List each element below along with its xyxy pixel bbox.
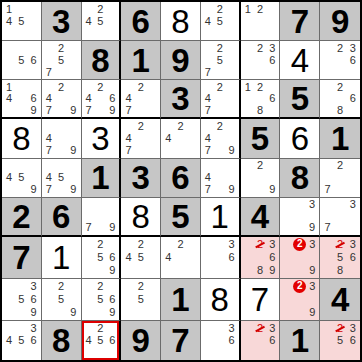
empty-slot (43, 293, 55, 306)
given-digit: 3 (171, 82, 189, 115)
empty-slot (174, 251, 186, 264)
cell-r9c5[interactable]: 7 (161, 321, 201, 360)
cell-r8c8[interactable]: 239 (280, 279, 320, 321)
given-digit: 5 (171, 200, 189, 233)
candidate-6: 6 (31, 294, 37, 305)
empty-slot (187, 132, 199, 144)
pencil-marks: 2569 (82, 237, 120, 278)
cell-r4c7[interactable]: 5 (241, 119, 281, 158)
pencil-marks: 56 (2, 41, 41, 79)
given-digit: 6 (132, 5, 150, 38)
cell-r5c7[interactable]: 29 (241, 159, 281, 198)
solved-digit: 8 (171, 5, 189, 38)
candidate-9: 9 (109, 307, 115, 318)
pencil-marks: 239 (280, 237, 319, 278)
pencil-marks: 236 (320, 41, 360, 79)
candidate-7: 7 (205, 67, 211, 78)
given-digit: 1 (291, 324, 309, 357)
cell-r1c9[interactable]: 9 (320, 2, 360, 41)
empty-slot (281, 293, 293, 306)
candidate-2: 2 (97, 4, 103, 15)
empty-slot (67, 120, 79, 132)
empty-slot (242, 172, 254, 184)
candidate-3: 3 (309, 239, 315, 250)
empty-slot (28, 3, 40, 15)
given-digit: 3 (132, 161, 150, 194)
empty-slot (147, 93, 159, 105)
cell-r5c3[interactable]: 1 (82, 159, 122, 198)
candidate-4: 4 (165, 252, 171, 263)
pencil-marks: 79 (82, 198, 120, 235)
sudoku-board: 1453245682451279562578192572364236146924… (0, 0, 362, 362)
candidate-3: 3 (350, 239, 356, 250)
candidate-6: 6 (31, 93, 37, 104)
candidate-2: 2 (217, 43, 223, 54)
cell-r2c1[interactable]: 56 (2, 41, 42, 80)
empty-slot (346, 222, 359, 234)
empty-slot (106, 210, 118, 222)
candidate-6: 6 (31, 335, 37, 346)
empty-slot (202, 120, 214, 132)
empty-slot (83, 3, 95, 15)
candidate-2: 2 (97, 82, 103, 93)
empty-slot (122, 238, 134, 251)
cell-r1c4[interactable]: 6 (121, 2, 161, 41)
cell-r1c8[interactable]: 7 (280, 2, 320, 41)
empty-slot (147, 238, 159, 251)
cell-r3c4[interactable]: 247 (121, 80, 161, 119)
empty-slot (106, 238, 118, 251)
empty-slot (281, 210, 293, 222)
pencil-marks: 247 (121, 119, 160, 157)
empty-slot (83, 347, 95, 359)
empty-slot (55, 120, 67, 132)
empty-slot (187, 238, 199, 251)
cell-r3c7[interactable]: 1268 (241, 80, 281, 119)
empty-slot (242, 251, 254, 264)
empty-slot (55, 184, 67, 196)
cell-r8c7[interactable]: 7 (241, 279, 281, 321)
candidate-5: 5 (337, 252, 343, 263)
given-digit: 7 (291, 5, 309, 38)
candidate-9: 9 (309, 307, 315, 318)
empty-slot (226, 3, 238, 15)
empty-slot (83, 280, 95, 293)
cell-r2c8[interactable]: 4 (280, 41, 320, 80)
candidate-4: 4 (205, 133, 211, 144)
cell-r9c6[interactable]: 36 (201, 321, 241, 360)
empty-slot (202, 264, 214, 277)
cell-r8c5[interactable]: 1 (161, 279, 201, 321)
empty-slot (67, 81, 79, 93)
candidate-2: 2 (257, 82, 263, 93)
cell-r5c6[interactable]: 479 (201, 159, 241, 198)
cell-r5c9[interactable]: 27 (320, 159, 360, 198)
cell-r3c5[interactable]: 3 (161, 80, 201, 119)
empty-slot (346, 264, 359, 277)
empty-slot (321, 93, 334, 105)
empty-slot (242, 93, 254, 105)
empty-slot (174, 132, 186, 144)
empty-slot (3, 66, 15, 78)
empty-slot (15, 160, 27, 172)
empty-slot (135, 264, 147, 277)
empty-slot (94, 93, 106, 105)
cell-r6c2[interactable]: 6 (42, 198, 82, 237)
empty-slot (242, 238, 254, 251)
cell-r6c3[interactable]: 79 (82, 198, 122, 237)
empty-slot (67, 132, 79, 144)
empty-slot (3, 306, 15, 319)
pencil-marks: 2456 (82, 321, 120, 360)
empty-slot (202, 251, 214, 264)
empty-slot (147, 145, 159, 157)
empty-slot (43, 306, 55, 319)
pencil-marks: 25 (121, 279, 160, 320)
empty-slot (242, 27, 254, 39)
given-digit: 6 (171, 161, 189, 194)
empty-slot (293, 251, 306, 264)
empty-slot (3, 347, 15, 359)
empty-slot (202, 42, 214, 54)
pencil-marks: 257 (201, 41, 239, 79)
candidate-1: 1 (6, 82, 12, 93)
cell-r2c4[interactable]: 1 (121, 41, 161, 80)
empty-slot (321, 210, 334, 222)
cell-r7c1[interactable]: 7 (2, 237, 42, 279)
empty-slot (83, 293, 95, 306)
empty-slot (122, 280, 134, 293)
empty-slot (242, 54, 254, 66)
empty-slot (266, 3, 278, 15)
cell-r9c1[interactable]: 3456 (2, 321, 42, 360)
empty-slot (242, 15, 254, 27)
cell-r9c8[interactable]: 1 (280, 321, 320, 360)
cell-r4c1[interactable]: 8 (2, 119, 42, 158)
empty-slot (214, 172, 226, 184)
cell-r7c3[interactable]: 2569 (82, 237, 122, 279)
empty-slot (83, 264, 95, 277)
empty-slot (294, 199, 306, 211)
given-digit: 8 (291, 161, 309, 194)
empty-slot (55, 145, 67, 157)
empty-slot (15, 322, 27, 334)
empty-slot (214, 160, 226, 172)
cell-r3c1[interactable]: 1469 (2, 80, 42, 119)
cell-r4c5[interactable]: 24 (161, 119, 201, 158)
candidate-5: 5 (18, 16, 24, 27)
cell-r2c9[interactable]: 236 (320, 41, 360, 80)
given-digit: 1 (331, 122, 349, 155)
empty-slot (147, 105, 159, 117)
empty-slot (147, 306, 159, 319)
cell-r7c5[interactable]: 24 (161, 237, 201, 279)
cell-r2c6[interactable]: 257 (201, 41, 241, 80)
cell-r6c1[interactable]: 2 (2, 198, 42, 237)
pencil-marks: 268 (320, 80, 360, 117)
empty-slot (226, 54, 238, 66)
cell-r1c6[interactable]: 245 (201, 2, 241, 41)
empty-slot (106, 27, 118, 39)
candidate-2: 2 (217, 82, 223, 93)
empty-slot (254, 347, 266, 359)
empty-slot (3, 184, 15, 196)
cell-r4c9[interactable]: 1 (320, 119, 360, 158)
cell-r8c2[interactable]: 259 (42, 279, 82, 321)
candidate-8: 8 (257, 105, 263, 116)
candidate-9: 9 (269, 184, 275, 195)
solved-digit: 1 (211, 200, 229, 233)
candidate-9: 9 (70, 307, 76, 318)
pencil-marks: 236 (241, 41, 280, 79)
solved-digit: 7 (251, 283, 269, 316)
empty-slot (226, 42, 238, 54)
candidate-2-eliminated: 2 (257, 239, 263, 250)
cell-r4c2[interactable]: 479 (42, 119, 82, 158)
empty-slot (321, 199, 334, 211)
empty-slot (3, 54, 15, 66)
given-digit: 6 (52, 200, 70, 233)
pencil-marks: 29 (241, 159, 280, 197)
cell-r9c4[interactable]: 9 (121, 321, 161, 360)
candidate-6: 6 (109, 93, 115, 104)
empty-slot (346, 347, 359, 359)
cell-r7c6[interactable]: 36 (201, 237, 241, 279)
candidate-2: 2 (97, 281, 103, 292)
empty-slot (106, 347, 118, 359)
empty-slot (321, 251, 334, 264)
cell-r9c9[interactable]: 2356 (320, 321, 360, 360)
candidate-9: 9 (109, 222, 115, 233)
candidate-2: 2 (217, 121, 223, 132)
empty-slot (334, 347, 347, 359)
empty-slot (321, 42, 334, 54)
empty-slot (94, 222, 106, 234)
candidate-3: 3 (309, 281, 315, 292)
candidate-7: 7 (125, 105, 131, 116)
cell-r9c3[interactable]: 2456 (82, 321, 122, 360)
given-digit: 2 (12, 200, 30, 233)
empty-slot (187, 120, 199, 132)
empty-slot (226, 172, 238, 184)
empty-slot (294, 210, 306, 222)
empty-slot (83, 306, 95, 319)
candidate-3: 3 (350, 199, 356, 210)
candidate-9: 9 (229, 184, 235, 195)
cell-r7c2[interactable]: 1 (42, 237, 82, 279)
cell-r5c4[interactable]: 3 (121, 159, 161, 198)
empty-slot (94, 347, 106, 359)
empty-slot (346, 160, 359, 172)
empty-slot (214, 145, 226, 157)
cell-r6c5[interactable]: 5 (161, 198, 201, 237)
empty-slot (43, 42, 55, 54)
empty-slot (28, 347, 40, 359)
candidate-5: 5 (18, 335, 24, 346)
empty-slot (55, 105, 67, 117)
empty-slot (242, 105, 254, 117)
cell-r9c7[interactable]: 236 (241, 321, 281, 360)
empty-slot (15, 66, 27, 78)
empty-slot (334, 210, 347, 222)
candidate-6: 6 (109, 294, 115, 305)
candidate-3: 3 (269, 239, 275, 250)
cell-r8c3[interactable]: 2569 (82, 279, 122, 321)
empty-slot (28, 15, 40, 27)
cell-r8c6[interactable]: 8 (201, 279, 241, 321)
cell-r4c3[interactable]: 3 (82, 119, 122, 158)
candidate-4: 4 (46, 172, 52, 183)
empty-slot (43, 120, 55, 132)
empty-slot (94, 27, 106, 39)
candidate-8: 8 (337, 105, 343, 116)
cell-r2c7[interactable]: 236 (241, 41, 281, 80)
candidate-5: 5 (337, 335, 343, 346)
cell-r7c9[interactable]: 23568 (320, 237, 360, 279)
cell-r6c8[interactable]: 39 (280, 198, 320, 237)
empty-slot (67, 280, 79, 293)
cell-r1c1[interactable]: 145 (2, 2, 42, 41)
cell-r3c9[interactable]: 268 (320, 80, 360, 119)
cell-r9c2[interactable]: 8 (42, 321, 82, 360)
cell-r2c5[interactable]: 9 (161, 41, 201, 80)
empty-slot (321, 264, 334, 277)
empty-slot (306, 251, 318, 264)
cell-r5c8[interactable]: 8 (280, 159, 320, 198)
candidate-9: 9 (31, 105, 37, 116)
cell-r6c9[interactable]: 37 (320, 198, 360, 237)
candidate-4: 4 (125, 252, 131, 263)
cell-r1c5[interactable]: 8 (161, 2, 201, 41)
candidate-4: 4 (46, 93, 52, 104)
empty-slot (281, 280, 293, 293)
cell-r4c6[interactable]: 2479 (201, 119, 241, 158)
solved-digit: 8 (12, 122, 30, 155)
empty-slot (242, 334, 254, 346)
empty-slot (226, 120, 238, 132)
empty-slot (135, 105, 147, 117)
candidate-9: 9 (31, 184, 37, 195)
given-digit: 1 (132, 44, 150, 77)
empty-slot (306, 210, 318, 222)
candidate-7: 7 (46, 105, 52, 116)
candidate-3: 3 (229, 239, 235, 250)
candidate-7: 7 (46, 145, 52, 156)
empty-slot (174, 264, 186, 277)
empty-slot (187, 145, 199, 157)
empty-slot (3, 27, 15, 39)
cell-r1c7[interactable]: 12 (241, 2, 281, 41)
pencil-marks: 24679 (82, 80, 120, 117)
cell-r3c6[interactable]: 247 (201, 80, 241, 119)
empty-slot (254, 334, 266, 346)
empty-slot (346, 172, 359, 184)
given-digit: 8 (52, 324, 70, 357)
candidate-6: 6 (269, 93, 275, 104)
candidate-6: 6 (229, 252, 235, 263)
empty-slot (43, 54, 55, 66)
candidate-9: 9 (269, 265, 275, 276)
candidate-5: 5 (217, 55, 223, 66)
empty-slot (346, 81, 359, 93)
empty-slot (147, 264, 159, 277)
cell-r6c6[interactable]: 1 (201, 198, 241, 237)
empty-slot (28, 81, 40, 93)
cell-r1c2[interactable]: 3 (42, 2, 82, 41)
empty-slot (83, 251, 95, 264)
empty-slot (226, 347, 238, 359)
cell-r1c3[interactable]: 245 (82, 2, 122, 41)
cell-r3c8[interactable]: 5 (280, 80, 320, 119)
candidate-6: 6 (269, 252, 275, 263)
candidate-6: 6 (31, 55, 37, 66)
candidate-5: 5 (18, 294, 24, 305)
cell-r5c2[interactable]: 4579 (42, 159, 82, 198)
cell-r6c4[interactable]: 8 (121, 198, 161, 237)
candidate-7: 7 (205, 105, 211, 116)
cell-r8c1[interactable]: 3569 (2, 279, 42, 321)
empty-slot (214, 334, 226, 346)
empty-slot (281, 251, 293, 264)
candidate-3: 3 (229, 323, 235, 334)
empty-slot (306, 293, 318, 306)
cell-r6c7[interactable]: 4 (241, 198, 281, 237)
empty-slot (321, 238, 334, 251)
candidate-2: 2 (257, 43, 263, 54)
cell-r2c3[interactable]: 8 (82, 41, 122, 80)
empty-slot (135, 93, 147, 105)
candidate-6: 6 (350, 55, 356, 66)
empty-slot (321, 347, 334, 359)
empty-slot (94, 210, 106, 222)
cell-r2c2[interactable]: 257 (42, 41, 82, 80)
empty-slot (147, 132, 159, 144)
cell-r4c8[interactable]: 6 (280, 119, 320, 158)
cell-r7c8[interactable]: 239 (280, 237, 320, 279)
empty-slot (321, 66, 334, 78)
cell-r8c4[interactable]: 25 (121, 279, 161, 321)
pencil-marks: 479 (201, 159, 239, 197)
pencil-marks: 257 (42, 41, 81, 79)
empty-slot (135, 145, 147, 157)
cell-r5c5[interactable]: 6 (161, 159, 201, 198)
pencil-marks: 2356 (320, 321, 360, 360)
empty-slot (3, 322, 15, 334)
empty-slot (135, 132, 147, 144)
empty-slot (202, 27, 214, 39)
empty-slot (202, 238, 214, 251)
cell-r7c7[interactable]: 23689 (241, 237, 281, 279)
empty-slot (106, 3, 118, 15)
cell-r3c3[interactable]: 24679 (82, 80, 122, 119)
empty-slot (94, 306, 106, 319)
empty-slot (266, 27, 278, 39)
cell-r3c2[interactable]: 2479 (42, 80, 82, 119)
empty-slot (266, 66, 278, 78)
cell-r7c4[interactable]: 245 (121, 237, 161, 279)
cell-r8c9[interactable]: 4 (320, 279, 360, 321)
cell-r4c4[interactable]: 247 (121, 119, 161, 158)
empty-slot (293, 306, 306, 319)
empty-slot (334, 93, 347, 105)
empty-slot (321, 160, 334, 172)
pencil-marks: 23689 (241, 237, 280, 278)
empty-slot (321, 54, 334, 66)
empty-slot (15, 347, 27, 359)
empty-slot (15, 27, 27, 39)
given-digit: 1 (91, 161, 109, 194)
cell-r5c1[interactable]: 459 (2, 159, 42, 198)
